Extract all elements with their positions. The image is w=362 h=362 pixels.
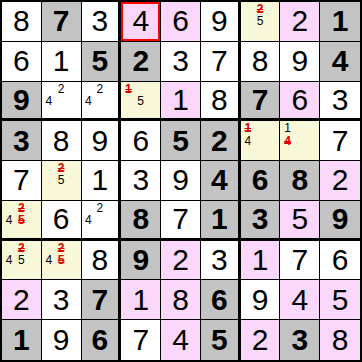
given-digit: 5 — [92, 46, 109, 76]
given-digit: 5 — [211, 325, 228, 355]
cell-r4c1[interactable]: 3 — [2, 121, 42, 161]
cell-r4c2[interactable]: 8 — [42, 121, 82, 161]
cell-r9c4[interactable]: 7 — [121, 320, 161, 360]
candidate-4: 4 — [3, 214, 15, 226]
cell-r2c7[interactable]: 8 — [241, 42, 281, 82]
cell-r6c9[interactable]: 9 — [320, 201, 360, 241]
cell-r6c4[interactable]: 8 — [121, 201, 161, 241]
solved-digit: 2 — [332, 165, 349, 195]
solved-digit: 3 — [211, 245, 228, 275]
eliminated-candidate-1: 1 — [122, 83, 134, 95]
solved-digit: 3 — [53, 285, 70, 315]
cell-r1c7[interactable]: 25 — [241, 2, 281, 42]
solved-digit: 2 — [252, 325, 269, 355]
given-digit: 4 — [332, 46, 349, 76]
solved-digit: 1 — [92, 165, 109, 195]
pencilmarks: 245 — [3, 242, 40, 279]
candidate-4: 4 — [83, 214, 95, 226]
solved-digit: 9 — [53, 325, 70, 355]
solved-digit: 8 — [53, 126, 70, 156]
cell-r4c6[interactable]: 2 — [201, 121, 241, 161]
cell-r4c8[interactable]: 14 — [280, 121, 320, 161]
pencilmarks: 24 — [83, 202, 118, 237]
solved-digit: 7 — [211, 46, 228, 76]
cell-r3c1[interactable]: 9 — [2, 82, 42, 122]
solved-digit: 9 — [291, 46, 308, 76]
given-digit: 3 — [13, 126, 30, 156]
candidate-4: 4 — [242, 135, 254, 147]
pencilmarks: 15 — [122, 83, 159, 118]
cell-r5c6[interactable]: 4 — [201, 161, 241, 201]
cell-r9c8[interactable]: 3 — [280, 320, 320, 360]
cell-r6c1[interactable]: 245 — [2, 201, 42, 241]
cell-r1c9[interactable]: 1 — [320, 2, 360, 42]
cell-r9c7[interactable]: 2 — [241, 320, 281, 360]
cell-r9c6[interactable]: 5 — [201, 320, 241, 360]
solved-digit: 6 — [291, 85, 308, 115]
cell-r1c3[interactable]: 3 — [82, 2, 122, 42]
solved-digit: 3 — [172, 46, 189, 76]
cell-r2c8[interactable]: 9 — [280, 42, 320, 82]
cell-r8c9[interactable]: 5 — [320, 280, 360, 320]
cell-r9c9[interactable]: 8 — [320, 320, 360, 360]
given-digit: 3 — [252, 204, 269, 234]
cell-r8c6[interactable]: 6 — [201, 280, 241, 320]
solved-digit: 7 — [13, 165, 30, 195]
given-digit: 1 — [332, 6, 349, 36]
candidate-2: 2 — [94, 202, 106, 214]
solved-digit: 8 — [211, 85, 228, 115]
cell-r8c5[interactable]: 8 — [161, 280, 201, 320]
cell-r3c5[interactable]: 1 — [161, 82, 201, 122]
solved-digit: 8 — [332, 325, 349, 355]
solved-digit: 9 — [211, 6, 228, 36]
solved-digit: 2 — [291, 6, 308, 36]
cell-r5c5[interactable]: 9 — [161, 161, 201, 201]
cell-r7c1[interactable]: 245 — [2, 241, 42, 281]
solved-digit: 6 — [332, 245, 349, 275]
cell-r9c2[interactable]: 9 — [42, 320, 82, 360]
solved-digit: 5 — [291, 204, 308, 234]
solved-digit: 7 — [132, 325, 149, 355]
solved-digit: 1 — [252, 245, 269, 275]
cell-r5c7[interactable]: 6 — [241, 161, 281, 201]
cell-r4c9[interactable]: 7 — [320, 121, 360, 161]
cell-r7c5[interactable]: 2 — [161, 241, 201, 281]
cell-r7c4[interactable]: 9 — [121, 241, 161, 281]
cell-r6c3[interactable]: 24 — [82, 201, 122, 241]
cell-r5c4[interactable]: 3 — [121, 161, 161, 201]
given-digit: 3 — [291, 325, 308, 355]
solved-digit: 1 — [53, 46, 70, 76]
cell-r2c4[interactable]: 2 — [121, 42, 161, 82]
solved-digit: 8 — [92, 245, 109, 275]
given-digit: 7 — [53, 6, 70, 36]
given-digit: 1 — [211, 204, 228, 234]
pencilmarks: 14 — [242, 122, 279, 159]
cell-r3c9[interactable]: 3 — [320, 82, 360, 122]
cell-r8c3[interactable]: 7 — [82, 280, 122, 320]
cell-r6c2[interactable]: 6 — [42, 201, 82, 241]
solved-digit: 1 — [172, 85, 189, 115]
given-digit: 8 — [291, 165, 308, 195]
given-digit: 6 — [92, 325, 109, 355]
cell-r7c6[interactable]: 3 — [201, 241, 241, 281]
candidate-5: 5 — [135, 95, 147, 107]
given-digit: 1 — [13, 325, 30, 355]
solved-digit: 9 — [252, 285, 269, 315]
solved-digit: 9 — [172, 165, 189, 195]
candidate-5: 5 — [55, 174, 67, 186]
cell-r1c8[interactable]: 2 — [280, 2, 320, 42]
eliminated-candidate-5: 5 — [15, 214, 27, 226]
solved-digit: 4 — [291, 285, 308, 315]
solved-digit: 6 — [172, 6, 189, 36]
cell-r7c2[interactable]: 245 — [42, 241, 82, 281]
cell-r2c1[interactable]: 6 — [2, 42, 42, 82]
cell-r1c6[interactable]: 9 — [201, 2, 241, 42]
cell-r1c5[interactable]: 6 — [161, 2, 201, 42]
solved-digit: 2 — [172, 245, 189, 275]
given-digit: 8 — [132, 204, 149, 234]
cell-r6c7[interactable]: 3 — [241, 201, 281, 241]
cell-r4c4[interactable]: 6 — [121, 121, 161, 161]
cell-r3c3[interactable]: 24 — [82, 82, 122, 122]
solved-digit: 9 — [92, 126, 109, 156]
given-digit: 2 — [132, 46, 149, 76]
cell-r6c8[interactable]: 5 — [280, 201, 320, 241]
solved-digit: 5 — [332, 285, 349, 315]
cell-r3c8[interactable]: 6 — [280, 82, 320, 122]
candidate-4: 4 — [3, 254, 15, 266]
solved-digit: 2 — [13, 285, 30, 315]
eliminated-candidate-1: 1 — [242, 122, 254, 134]
given-digit: 9 — [332, 204, 349, 234]
candidate-4: 4 — [83, 95, 95, 107]
cell-r5c9[interactable]: 2 — [320, 161, 360, 201]
cell-r2c9[interactable]: 4 — [320, 42, 360, 82]
cell-r4c7[interactable]: 14 — [241, 121, 281, 161]
given-digit: 6 — [211, 285, 228, 315]
candidate-5: 5 — [254, 15, 266, 27]
cell-r3c7[interactable]: 7 — [241, 82, 281, 122]
cell-r4c5[interactable]: 5 — [161, 121, 201, 161]
cell-r2c2[interactable]: 1 — [42, 42, 82, 82]
cell-r7c3[interactable]: 8 — [82, 241, 122, 281]
given-digit: 9 — [13, 85, 30, 115]
given-digit: 9 — [132, 245, 149, 275]
cell-r2c3[interactable]: 5 — [82, 42, 122, 82]
candidate-4: 4 — [43, 95, 55, 107]
cell-r2c5[interactable]: 3 — [161, 42, 201, 82]
solved-digit: 7 — [332, 126, 349, 156]
solved-digit: 3 — [132, 165, 149, 195]
cell-r1c2[interactable]: 7 — [42, 2, 82, 42]
pencilmarks: 245 — [43, 242, 80, 279]
pencilmarks: 245 — [3, 202, 40, 237]
solved-digit: 6 — [13, 46, 30, 76]
candidate-5: 5 — [15, 254, 27, 266]
given-digit: 4 — [211, 165, 228, 195]
cell-r5c2[interactable]: 25 — [42, 161, 82, 201]
solved-digit: 3 — [332, 85, 349, 115]
cell-r9c1[interactable]: 1 — [2, 320, 42, 360]
solved-digit: 4 — [132, 6, 149, 36]
sudoku-board: 8734692521615237894924241518763389652141… — [0, 0, 362, 362]
selected-cell-r1c4[interactable]: 4 — [121, 2, 161, 42]
cell-r8c8[interactable]: 4 — [280, 280, 320, 320]
cell-r6c5[interactable]: 7 — [161, 201, 201, 241]
given-digit: 6 — [252, 165, 269, 195]
cell-r3c4[interactable]: 15 — [121, 82, 161, 122]
cell-r7c9[interactable]: 6 — [320, 241, 360, 281]
cell-r7c7[interactable]: 1 — [241, 241, 281, 281]
cell-r9c5[interactable]: 4 — [161, 320, 201, 360]
cell-r6c6[interactable]: 1 — [201, 201, 241, 241]
eliminated-candidate-4: 4 — [281, 135, 293, 147]
solved-digit: 8 — [252, 46, 269, 76]
cell-r8c2[interactable]: 3 — [42, 280, 82, 320]
given-digit: 2 — [211, 126, 228, 156]
given-digit: 7 — [252, 85, 269, 115]
cell-r5c8[interactable]: 8 — [280, 161, 320, 201]
cell-r2c6[interactable]: 7 — [201, 42, 241, 82]
candidate-1: 1 — [281, 122, 293, 134]
cell-r1c1[interactable]: 8 — [2, 2, 42, 42]
pencilmarks: 24 — [43, 83, 80, 118]
solved-digit: 8 — [172, 285, 189, 315]
solved-digit: 6 — [53, 204, 70, 234]
pencilmarks: 25 — [242, 3, 279, 40]
cell-r3c2[interactable]: 24 — [42, 82, 82, 122]
cell-r9c3[interactable]: 6 — [82, 320, 122, 360]
cell-r4c3[interactable]: 9 — [82, 121, 122, 161]
pencilmarks: 25 — [43, 162, 80, 199]
candidate-4: 4 — [43, 254, 55, 266]
cell-r5c1[interactable]: 7 — [2, 161, 42, 201]
candidate-2: 2 — [94, 83, 106, 95]
solved-digit: 1 — [132, 285, 149, 315]
solved-digit: 6 — [132, 126, 149, 156]
solved-digit: 4 — [172, 325, 189, 355]
cell-r8c7[interactable]: 9 — [241, 280, 281, 320]
solved-digit: 7 — [291, 245, 308, 275]
solved-digit: 7 — [172, 204, 189, 234]
given-digit: 7 — [92, 285, 109, 315]
cell-r8c4[interactable]: 1 — [121, 280, 161, 320]
solved-digit: 8 — [13, 6, 30, 36]
eliminated-candidate-5: 5 — [55, 254, 67, 266]
cell-r7c8[interactable]: 7 — [280, 241, 320, 281]
candidate-2: 2 — [55, 83, 67, 95]
solved-digit: 3 — [92, 6, 109, 36]
given-digit: 5 — [172, 126, 189, 156]
cell-r3c6[interactable]: 8 — [201, 82, 241, 122]
cell-r5c3[interactable]: 1 — [82, 161, 122, 201]
pencilmarks: 14 — [281, 122, 318, 159]
cell-r8c1[interactable]: 2 — [2, 280, 42, 320]
pencilmarks: 24 — [83, 83, 118, 118]
